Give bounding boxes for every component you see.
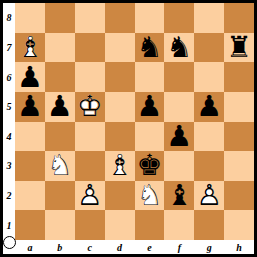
square-c6[interactable] xyxy=(75,62,105,92)
square-g7[interactable] xyxy=(194,33,224,63)
square-g3[interactable] xyxy=(194,151,224,181)
square-e1[interactable] xyxy=(135,210,165,240)
square-e6[interactable] xyxy=(135,62,165,92)
black-pawn[interactable]: ♟ xyxy=(194,92,224,122)
rank-label-4: 4 xyxy=(3,122,15,152)
square-g1[interactable] xyxy=(194,210,224,240)
chess-diagram: 87654321 ♝♗♞♞♜♟♟♟♚♔♟♟♟♞♘♝♗♚♟♙♞♘♝♟♙ abcde… xyxy=(0,0,257,257)
square-c1[interactable] xyxy=(75,210,105,240)
square-a2[interactable] xyxy=(15,181,45,211)
square-c7[interactable] xyxy=(75,33,105,63)
square-a3[interactable] xyxy=(15,151,45,181)
white-knight[interactable]: ♘ xyxy=(45,151,75,181)
square-b3[interactable]: ♞♘ xyxy=(45,151,75,181)
black-pawn[interactable]: ♟ xyxy=(15,92,45,122)
file-label-e: e xyxy=(135,240,165,254)
square-d1[interactable] xyxy=(105,210,135,240)
square-b2[interactable] xyxy=(45,181,75,211)
square-g2[interactable]: ♟♙ xyxy=(194,181,224,211)
square-g5[interactable]: ♟ xyxy=(194,92,224,122)
square-e7[interactable]: ♞ xyxy=(135,33,165,63)
square-b5[interactable]: ♟ xyxy=(45,92,75,122)
square-b7[interactable] xyxy=(45,33,75,63)
square-f3[interactable] xyxy=(164,151,194,181)
square-d3[interactable]: ♝♗ xyxy=(105,151,135,181)
square-h1[interactable] xyxy=(224,210,254,240)
square-d6[interactable] xyxy=(105,62,135,92)
black-king[interactable]: ♚ xyxy=(135,151,165,181)
white-pawn[interactable]: ♙ xyxy=(194,181,224,211)
square-h2[interactable] xyxy=(224,181,254,211)
square-b1[interactable] xyxy=(45,210,75,240)
square-d5[interactable] xyxy=(105,92,135,122)
square-a7[interactable]: ♝♗ xyxy=(15,33,45,63)
square-c5[interactable]: ♚♔ xyxy=(75,92,105,122)
square-g8[interactable] xyxy=(194,3,224,33)
square-d7[interactable] xyxy=(105,33,135,63)
black-knight[interactable]: ♞ xyxy=(164,33,194,63)
square-f7[interactable]: ♞ xyxy=(164,33,194,63)
square-h6[interactable] xyxy=(224,62,254,92)
square-h4[interactable] xyxy=(224,122,254,152)
square-f6[interactable] xyxy=(164,62,194,92)
square-f1[interactable] xyxy=(164,210,194,240)
file-label-c: c xyxy=(75,240,105,254)
square-f4[interactable]: ♟ xyxy=(164,122,194,152)
file-labels: abcdefgh xyxy=(15,240,254,254)
rank-label-5: 5 xyxy=(3,92,15,122)
square-c2[interactable]: ♟♙ xyxy=(75,181,105,211)
square-a8[interactable] xyxy=(15,3,45,33)
square-h7[interactable]: ♜ xyxy=(224,33,254,63)
file-label-b: b xyxy=(45,240,75,254)
white-king[interactable]: ♔ xyxy=(75,92,105,122)
white-bishop[interactable]: ♗ xyxy=(105,151,135,181)
black-rook[interactable]: ♜ xyxy=(224,33,254,63)
white-to-move-indicator xyxy=(3,236,16,249)
black-pawn[interactable]: ♟ xyxy=(15,62,45,92)
square-g4[interactable] xyxy=(194,122,224,152)
rank-label-2: 2 xyxy=(3,181,15,211)
square-e5[interactable]: ♟ xyxy=(135,92,165,122)
rank-label-3: 3 xyxy=(3,151,15,181)
square-f8[interactable] xyxy=(164,3,194,33)
file-label-g: g xyxy=(194,240,224,254)
square-a5[interactable]: ♟ xyxy=(15,92,45,122)
black-pawn[interactable]: ♟ xyxy=(45,92,75,122)
square-c3[interactable] xyxy=(75,151,105,181)
square-d8[interactable] xyxy=(105,3,135,33)
square-a1[interactable] xyxy=(15,210,45,240)
square-c4[interactable] xyxy=(75,122,105,152)
square-e4[interactable] xyxy=(135,122,165,152)
square-h3[interactable] xyxy=(224,151,254,181)
square-a4[interactable] xyxy=(15,122,45,152)
black-pawn[interactable]: ♟ xyxy=(135,92,165,122)
rank-labels: 87654321 xyxy=(3,3,15,240)
square-e2[interactable]: ♞♘ xyxy=(135,181,165,211)
chess-board: ♝♗♞♞♜♟♟♟♚♔♟♟♟♞♘♝♗♚♟♙♞♘♝♟♙ xyxy=(15,3,254,240)
white-knight[interactable]: ♘ xyxy=(135,181,165,211)
square-b6[interactable] xyxy=(45,62,75,92)
square-e3[interactable]: ♚ xyxy=(135,151,165,181)
square-a6[interactable]: ♟ xyxy=(15,62,45,92)
square-h8[interactable] xyxy=(224,3,254,33)
file-label-f: f xyxy=(164,240,194,254)
square-e8[interactable] xyxy=(135,3,165,33)
square-g6[interactable] xyxy=(194,62,224,92)
square-d2[interactable] xyxy=(105,181,135,211)
square-d4[interactable] xyxy=(105,122,135,152)
black-knight[interactable]: ♞ xyxy=(135,33,165,63)
square-c8[interactable] xyxy=(75,3,105,33)
file-label-d: d xyxy=(105,240,135,254)
square-h5[interactable] xyxy=(224,92,254,122)
rank-label-7: 7 xyxy=(3,33,15,63)
square-b4[interactable] xyxy=(45,122,75,152)
file-label-a: a xyxy=(15,240,45,254)
black-bishop[interactable]: ♝ xyxy=(164,181,194,211)
file-label-h: h xyxy=(224,240,254,254)
black-pawn[interactable]: ♟ xyxy=(164,122,194,152)
white-pawn[interactable]: ♙ xyxy=(75,181,105,211)
square-b8[interactable] xyxy=(45,3,75,33)
rank-label-8: 8 xyxy=(3,3,15,33)
square-f5[interactable] xyxy=(164,92,194,122)
square-f2[interactable]: ♝ xyxy=(164,181,194,211)
rank-label-6: 6 xyxy=(3,62,15,92)
white-bishop[interactable]: ♗ xyxy=(15,33,45,63)
